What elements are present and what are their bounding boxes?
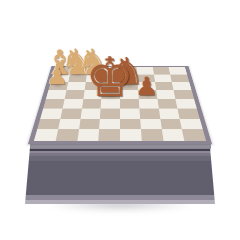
light-pawn-a7: ♟ — [46, 64, 68, 88]
pieces-layer: ♝♞♞♟♞♚♟ — [0, 0, 240, 240]
dark-pawn-f6: ♟ — [135, 74, 158, 99]
dark-king-d6: ♚ — [86, 50, 135, 104]
chess-box-product-photo: ♝♞♞♟♞♚♟ — [0, 0, 240, 240]
